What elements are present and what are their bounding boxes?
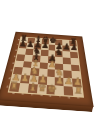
square-e3 bbox=[47, 69, 56, 77]
piece-black-rook: ♜ bbox=[70, 37, 78, 46]
board-squares: ♜♝♛♚♜♟♟♟♟♟♟♟♞♞♝♟♝♟♞♞♟♟♟♟♟♟♟♜♝♛♚♜ bbox=[9, 37, 83, 96]
square-f4 bbox=[55, 63, 63, 71]
square-f5 bbox=[55, 57, 63, 64]
chess-board: 12345678 abcdefgh ♜♝♛♚♜♟♟♟♟♟♟♟♞♞♝♟♝♟♞♞♟♟… bbox=[0, 32, 94, 107]
chess-set-scene: 12345678 abcdefgh ♜♝♛♚♜♟♟♟♟♟♟♟♞♞♝♟♝♟♞♞♟♟… bbox=[8, 23, 87, 102]
square-d1: ♛ bbox=[37, 84, 47, 93]
square-f2: ♟ bbox=[55, 78, 64, 87]
square-h1: ♜ bbox=[73, 87, 83, 97]
square-f3: ♞ bbox=[55, 70, 63, 78]
square-e1: ♚ bbox=[46, 85, 55, 94]
square-f1 bbox=[55, 86, 64, 95]
board-trim: ♜♝♛♚♜♟♟♟♟♟♟♟♞♞♝♟♝♟♞♞♟♟♟♟♟♟♟♜♝♛♚♜ bbox=[8, 36, 84, 97]
square-d5 bbox=[40, 55, 48, 62]
board-front-edge bbox=[0, 99, 93, 112]
board-frame: 12345678 abcdefgh ♜♝♛♚♜♟♟♟♟♟♟♟♞♞♝♟♝♟♞♞♟♟… bbox=[0, 32, 94, 107]
product-photo: 12345678 abcdefgh ♜♝♛♚♜♟♟♟♟♟♟♟♞♞♝♟♝♟♞♞♟♟… bbox=[0, 0, 95, 126]
board-right-edge bbox=[81, 36, 93, 110]
